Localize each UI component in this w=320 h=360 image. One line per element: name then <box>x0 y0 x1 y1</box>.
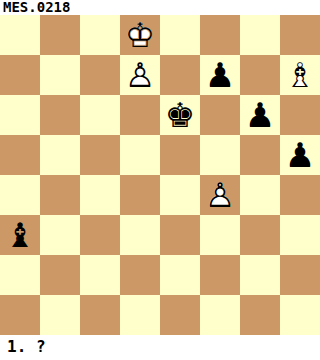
square-b3[interactable] <box>40 215 80 255</box>
piece-outline: ♙ <box>120 55 160 95</box>
square-g5[interactable] <box>240 135 280 175</box>
square-d8[interactable]: ♚♔ <box>120 15 160 55</box>
square-b4[interactable] <box>40 175 80 215</box>
square-f5[interactable] <box>200 135 240 175</box>
square-b1[interactable] <box>40 295 80 335</box>
square-c5[interactable] <box>80 135 120 175</box>
black-bishop[interactable]: ♝ <box>0 215 40 255</box>
square-c7[interactable] <box>80 55 120 95</box>
square-h6[interactable] <box>280 95 320 135</box>
white-bishop[interactable]: ♝♗ <box>280 55 320 95</box>
square-g7[interactable] <box>240 55 280 95</box>
chess-board: ♚♔♟♙♟♝♗♚♟♟♟♙♝ <box>0 15 320 335</box>
white-pawn[interactable]: ♟♙ <box>120 55 160 95</box>
square-d7[interactable]: ♟♙ <box>120 55 160 95</box>
square-a6[interactable] <box>0 95 40 135</box>
square-g3[interactable] <box>240 215 280 255</box>
square-g1[interactable] <box>240 295 280 335</box>
square-f1[interactable] <box>200 295 240 335</box>
square-e2[interactable] <box>160 255 200 295</box>
square-d6[interactable] <box>120 95 160 135</box>
square-f2[interactable] <box>200 255 240 295</box>
square-a8[interactable] <box>0 15 40 55</box>
square-b7[interactable] <box>40 55 80 95</box>
square-f8[interactable] <box>200 15 240 55</box>
black-pawn[interactable]: ♟ <box>240 95 280 135</box>
white-king[interactable]: ♚♔ <box>120 15 160 55</box>
diagram-title: MES.0218 <box>0 0 320 15</box>
square-b2[interactable] <box>40 255 80 295</box>
square-e1[interactable] <box>160 295 200 335</box>
square-d5[interactable] <box>120 135 160 175</box>
square-c3[interactable] <box>80 215 120 255</box>
square-c1[interactable] <box>80 295 120 335</box>
square-e8[interactable] <box>160 15 200 55</box>
square-b5[interactable] <box>40 135 80 175</box>
square-a1[interactable] <box>0 295 40 335</box>
square-f3[interactable] <box>200 215 240 255</box>
square-b8[interactable] <box>40 15 80 55</box>
white-pawn[interactable]: ♟♙ <box>200 175 240 215</box>
move-prompt: 1. ? <box>0 335 320 360</box>
square-h5[interactable]: ♟ <box>280 135 320 175</box>
square-g6[interactable]: ♟ <box>240 95 280 135</box>
square-d3[interactable] <box>120 215 160 255</box>
square-c4[interactable] <box>80 175 120 215</box>
square-f7[interactable]: ♟ <box>200 55 240 95</box>
piece-outline: ♔ <box>120 15 160 55</box>
square-g8[interactable] <box>240 15 280 55</box>
square-c6[interactable] <box>80 95 120 135</box>
square-a7[interactable] <box>0 55 40 95</box>
square-c2[interactable] <box>80 255 120 295</box>
square-e7[interactable] <box>160 55 200 95</box>
square-e4[interactable] <box>160 175 200 215</box>
square-e5[interactable] <box>160 135 200 175</box>
square-d1[interactable] <box>120 295 160 335</box>
square-a4[interactable] <box>0 175 40 215</box>
square-b6[interactable] <box>40 95 80 135</box>
square-a3[interactable]: ♝ <box>0 215 40 255</box>
square-e6[interactable]: ♚ <box>160 95 200 135</box>
square-f6[interactable] <box>200 95 240 135</box>
square-a5[interactable] <box>0 135 40 175</box>
black-pawn[interactable]: ♟ <box>200 55 240 95</box>
square-d2[interactable] <box>120 255 160 295</box>
square-h3[interactable] <box>280 215 320 255</box>
square-f4[interactable]: ♟♙ <box>200 175 240 215</box>
piece-outline: ♙ <box>200 175 240 215</box>
square-h1[interactable] <box>280 295 320 335</box>
square-e3[interactable] <box>160 215 200 255</box>
black-king[interactable]: ♚ <box>160 95 200 135</box>
square-c8[interactable] <box>80 15 120 55</box>
piece-outline: ♗ <box>280 55 320 95</box>
square-d4[interactable] <box>120 175 160 215</box>
square-h4[interactable] <box>280 175 320 215</box>
black-pawn[interactable]: ♟ <box>280 135 320 175</box>
square-g2[interactable] <box>240 255 280 295</box>
square-a2[interactable] <box>0 255 40 295</box>
square-h7[interactable]: ♝♗ <box>280 55 320 95</box>
square-g4[interactable] <box>240 175 280 215</box>
square-h2[interactable] <box>280 255 320 295</box>
square-h8[interactable] <box>280 15 320 55</box>
